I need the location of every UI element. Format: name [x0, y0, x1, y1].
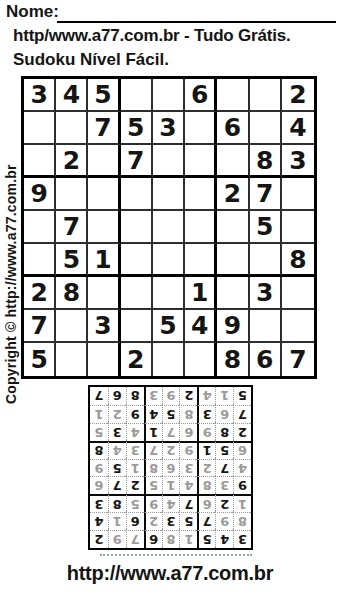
- solution-cell: 1: [90, 405, 108, 423]
- puzzle-given-cell: 6: [250, 343, 282, 376]
- solution-cell: 7: [108, 476, 126, 494]
- puzzle-given-cell: 5: [24, 343, 56, 376]
- puzzle-empty-cell[interactable]: [250, 79, 282, 112]
- puzzle-empty-cell[interactable]: [24, 112, 56, 145]
- puzzle-given-cell: 6: [185, 79, 217, 112]
- puzzle-given-cell: 4: [282, 112, 314, 145]
- puzzle-given-cell: 7: [24, 310, 56, 343]
- solution-cell: 5: [179, 512, 197, 530]
- solution-cell: 8: [108, 494, 126, 512]
- solution-cell: 2: [144, 512, 162, 530]
- puzzle-empty-cell[interactable]: [185, 178, 217, 211]
- solution-cell: 3: [233, 530, 251, 548]
- solution-cell: 4: [215, 530, 233, 548]
- solution-cell: 4: [90, 512, 108, 530]
- puzzle-empty-cell[interactable]: [121, 79, 153, 112]
- sudoku-puzzle-board: 345627536427839277551828137354952867: [21, 76, 317, 379]
- puzzle-given-cell: 1: [88, 244, 120, 277]
- puzzle-empty-cell[interactable]: [121, 244, 153, 277]
- solution-cell: 1: [233, 494, 251, 512]
- solution-cell: 8: [233, 512, 251, 530]
- solution-cell: 5: [233, 387, 251, 405]
- solution-cell: 2: [126, 476, 144, 494]
- solution-cell: 4: [162, 494, 180, 512]
- solution-cell: 4: [179, 476, 197, 494]
- solution-cell: 6: [179, 423, 197, 441]
- solution-cell: 8: [215, 423, 233, 441]
- solution-cell: 2: [215, 494, 233, 512]
- puzzle-given-cell: 1: [185, 277, 217, 310]
- solution-cell: 5: [126, 494, 144, 512]
- sudoku-worksheet-page: Nome: http/www.a77.com.br - Tudo Grátis.…: [0, 0, 340, 596]
- solution-cell: 1: [179, 530, 197, 548]
- puzzle-empty-cell[interactable]: [153, 178, 185, 211]
- solution-cell: 4: [108, 441, 126, 459]
- puzzle-empty-cell[interactable]: [217, 277, 249, 310]
- puzzle-empty-cell[interactable]: [185, 211, 217, 244]
- name-label: Nome:: [6, 2, 59, 22]
- puzzle-given-cell: 7: [88, 112, 120, 145]
- puzzle-empty-cell[interactable]: [153, 211, 185, 244]
- puzzle-empty-cell[interactable]: [121, 310, 153, 343]
- solution-cell: 5: [144, 476, 162, 494]
- solution-cell: 3: [179, 459, 197, 477]
- puzzle-empty-cell[interactable]: [185, 343, 217, 376]
- puzzle-empty-cell[interactable]: [217, 145, 249, 178]
- solution-cell: 4: [144, 405, 162, 423]
- solution-cell: 1: [215, 387, 233, 405]
- puzzle-empty-cell[interactable]: [121, 211, 153, 244]
- sudoku-solution-board: 3451867928975326141267495839384152764723…: [88, 385, 253, 550]
- solution-cell: 5: [215, 441, 233, 459]
- solution-cell: 6: [144, 530, 162, 548]
- solution-cell: 7: [162, 423, 180, 441]
- solution-cell: 1: [108, 512, 126, 530]
- solution-cell: 9: [126, 405, 144, 423]
- solution-cell: 3: [144, 387, 162, 405]
- solution-cell: 7: [215, 459, 233, 477]
- solution-cell: 9: [233, 476, 251, 494]
- puzzle-empty-cell[interactable]: [217, 79, 249, 112]
- puzzle-empty-cell[interactable]: [250, 310, 282, 343]
- solution-cell: 3: [215, 476, 233, 494]
- puzzle-empty-cell[interactable]: [88, 178, 120, 211]
- puzzle-given-cell: 5: [153, 310, 185, 343]
- solution-cell: 3: [90, 494, 108, 512]
- solution-cell: 2: [90, 530, 108, 548]
- solution-cell: 3: [126, 441, 144, 459]
- solution-cell: 5: [108, 459, 126, 477]
- puzzle-empty-cell[interactable]: [282, 211, 314, 244]
- solution-cell: 7: [197, 512, 215, 530]
- solution-cell: 6: [233, 441, 251, 459]
- solution-cell: 7: [233, 405, 251, 423]
- solution-cell: 8: [179, 405, 197, 423]
- dotted-separator-line: [100, 554, 252, 556]
- puzzle-empty-cell[interactable]: [121, 277, 153, 310]
- solution-cell: 9: [144, 494, 162, 512]
- puzzle-given-cell: 4: [185, 310, 217, 343]
- solution-cell: 8: [197, 476, 215, 494]
- solution-cell: 2: [233, 423, 251, 441]
- solution-cell: 9: [215, 512, 233, 530]
- puzzle-empty-cell[interactable]: [153, 343, 185, 376]
- puzzle-given-cell: 7: [282, 343, 314, 376]
- puzzle-given-cell: 8: [217, 343, 249, 376]
- solution-cell: 5: [162, 405, 180, 423]
- puzzle-empty-cell[interactable]: [88, 145, 120, 178]
- solution-cell: 1: [197, 441, 215, 459]
- puzzle-empty-cell[interactable]: [250, 112, 282, 145]
- puzzle-empty-cell[interactable]: [282, 310, 314, 343]
- puzzle-given-cell: 3: [153, 112, 185, 145]
- puzzle-empty-cell[interactable]: [217, 244, 249, 277]
- solution-cell: 9: [108, 530, 126, 548]
- puzzle-empty-cell[interactable]: [185, 244, 217, 277]
- puzzle-given-cell: 7: [250, 178, 282, 211]
- puzzle-given-cell: 9: [217, 310, 249, 343]
- puzzle-level-title: Sudoku Nível Fácil.: [13, 50, 169, 70]
- puzzle-empty-cell[interactable]: [56, 310, 88, 343]
- copyright-vertical-text: Copyright © http://www.a77.com.br: [3, 132, 23, 404]
- solution-cell: 8: [126, 387, 144, 405]
- puzzle-given-cell: 5: [88, 79, 120, 112]
- puzzle-empty-cell[interactable]: [56, 343, 88, 376]
- puzzle-empty-cell[interactable]: [250, 244, 282, 277]
- puzzle-empty-cell[interactable]: [153, 244, 185, 277]
- solution-cell: 1: [144, 423, 162, 441]
- puzzle-given-cell: 3: [88, 310, 120, 343]
- solution-cell: 7: [179, 494, 197, 512]
- solution-cell: 7: [126, 530, 144, 548]
- solution-cell: 2: [108, 405, 126, 423]
- puzzle-empty-cell[interactable]: [153, 277, 185, 310]
- solution-cell: 2: [197, 459, 215, 477]
- puzzle-empty-cell[interactable]: [153, 79, 185, 112]
- puzzle-empty-cell[interactable]: [185, 145, 217, 178]
- puzzle-empty-cell[interactable]: [282, 178, 314, 211]
- puzzle-empty-cell[interactable]: [24, 145, 56, 178]
- solution-cell: 6: [162, 459, 180, 477]
- solution-cell: 3: [197, 405, 215, 423]
- puzzle-empty-cell[interactable]: [282, 277, 314, 310]
- solution-cell: 7: [90, 387, 108, 405]
- solution-cell: 8: [144, 459, 162, 477]
- solution-cell: 6: [90, 476, 108, 494]
- solution-cell: 5: [197, 530, 215, 548]
- solution-cell: 6: [108, 387, 126, 405]
- puzzle-given-cell: 2: [282, 79, 314, 112]
- puzzle-empty-cell[interactable]: [88, 277, 120, 310]
- puzzle-empty-cell[interactable]: [185, 112, 217, 145]
- puzzle-given-cell: 5: [121, 112, 153, 145]
- puzzle-empty-cell[interactable]: [24, 244, 56, 277]
- solution-cell: 9: [162, 387, 180, 405]
- solution-cell: 8: [90, 441, 108, 459]
- solution-cell: 3: [162, 512, 180, 530]
- puzzle-given-cell: 7: [121, 145, 153, 178]
- puzzle-empty-cell[interactable]: [153, 145, 185, 178]
- footer-url-link[interactable]: http://www.a77.com.br: [0, 562, 340, 585]
- puzzle-given-cell: 6: [217, 112, 249, 145]
- puzzle-empty-cell[interactable]: [121, 178, 153, 211]
- solution-cell: 4: [233, 459, 251, 477]
- puzzle-given-cell: 3: [282, 145, 314, 178]
- solution-cell: 9: [179, 441, 197, 459]
- puzzle-empty-cell[interactable]: [56, 178, 88, 211]
- solution-cell: 9: [90, 459, 108, 477]
- puzzle-empty-cell[interactable]: [24, 211, 56, 244]
- puzzle-given-cell: 5: [250, 211, 282, 244]
- puzzle-given-cell: 8: [282, 244, 314, 277]
- puzzle-given-cell: 8: [250, 145, 282, 178]
- puzzle-given-cell: 3: [250, 277, 282, 310]
- solution-cell: 6: [215, 405, 233, 423]
- site-title: http/www.a77.com.br - Tudo Grátis.: [13, 26, 291, 46]
- puzzle-given-cell: 3: [24, 79, 56, 112]
- solution-cell: 4: [197, 387, 215, 405]
- solution-cell: 1: [126, 459, 144, 477]
- solution-cell: 2: [179, 387, 197, 405]
- puzzle-empty-cell[interactable]: [56, 112, 88, 145]
- puzzle-given-cell: 2: [56, 145, 88, 178]
- solution-cell: 7: [144, 441, 162, 459]
- puzzle-given-cell: 2: [217, 178, 249, 211]
- puzzle-given-cell: 7: [56, 211, 88, 244]
- solution-cell: 2: [162, 441, 180, 459]
- solution-cell: 5: [90, 423, 108, 441]
- puzzle-given-cell: 4: [56, 79, 88, 112]
- puzzle-given-cell: 5: [56, 244, 88, 277]
- puzzle-empty-cell[interactable]: [88, 343, 120, 376]
- solution-cell: 3: [108, 423, 126, 441]
- puzzle-empty-cell[interactable]: [217, 211, 249, 244]
- solution-cell: 6: [197, 494, 215, 512]
- solution-cell: 8: [162, 530, 180, 548]
- puzzle-empty-cell[interactable]: [88, 211, 120, 244]
- puzzle-given-cell: 2: [24, 277, 56, 310]
- puzzle-given-cell: 9: [24, 178, 56, 211]
- solution-cell: 4: [126, 423, 144, 441]
- name-input-line[interactable]: [57, 4, 336, 23]
- puzzle-given-cell: 2: [121, 343, 153, 376]
- solution-cell: 1: [162, 476, 180, 494]
- puzzle-given-cell: 8: [56, 277, 88, 310]
- solution-cell: 9: [197, 423, 215, 441]
- solution-cell: 6: [126, 512, 144, 530]
